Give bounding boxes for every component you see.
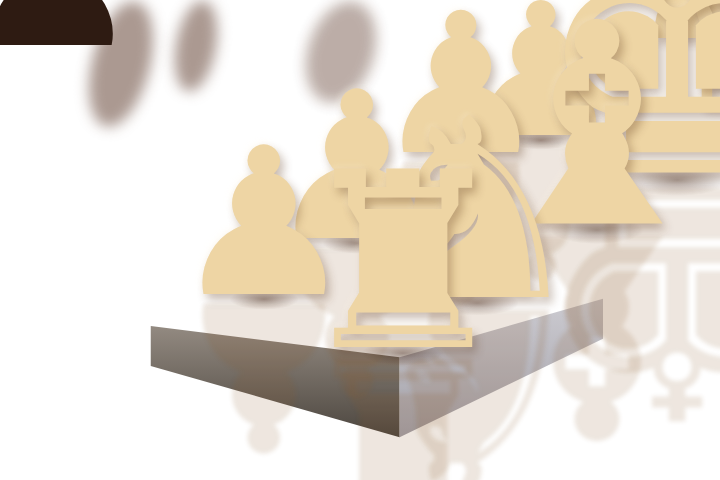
white-rook-glyph: ♜ — [293, 140, 513, 385]
pieces-layer: ♟♟♛♟♟♟♟♚♚♝♝♟♟♟♟♞♞♜♜ — [0, 0, 720, 480]
black-pawn-glyph: ♟ — [0, 0, 143, 76]
chess-board-photo: 678fgh ♟♟♛♟♟♟♟♚♚♝♝♟♟♟♟♞♞♜♜ — [0, 0, 720, 480]
